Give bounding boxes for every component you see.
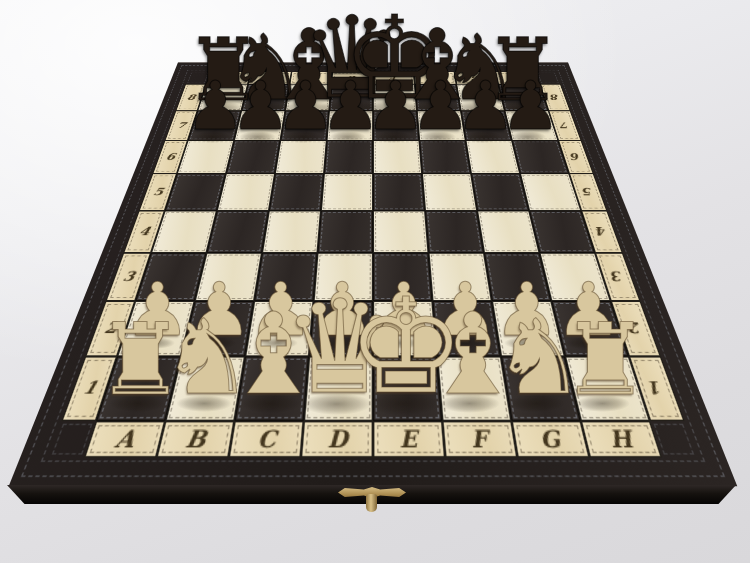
piece-white-rook-h1[interactable]: ♜ [561, 310, 650, 409]
piece-black-pawn-h7[interactable]: ♟ [501, 73, 561, 140]
pieces-layer: ♜♞♝♛♚♝♞♜♟♟♟♟♟♟♟♟♟♟♟♟♟♟♟♟♜♞♝♛♚♝♞♜ [0, 0, 750, 563]
chess-set-photo: ABCDEFGH8877665544332211ABCDEFGH ♜♞♝♛♚♝♞… [0, 0, 750, 563]
